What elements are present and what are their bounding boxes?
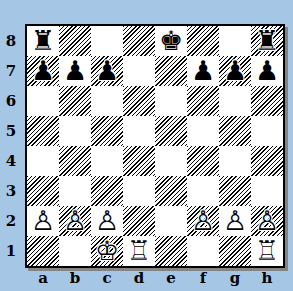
square-b7[interactable]: ♟ bbox=[59, 56, 91, 86]
square-f8[interactable] bbox=[187, 26, 219, 56]
square-d2[interactable] bbox=[123, 206, 155, 236]
file-label-c: c bbox=[91, 269, 123, 287]
square-e2[interactable] bbox=[155, 206, 187, 236]
square-g7[interactable]: ♟ bbox=[219, 56, 251, 86]
square-g3[interactable] bbox=[219, 176, 251, 206]
square-a8[interactable]: ♜ bbox=[27, 26, 59, 56]
square-a7[interactable]: ♟ bbox=[27, 56, 59, 86]
square-e1[interactable] bbox=[155, 236, 187, 266]
square-h7[interactable]: ♟ bbox=[251, 56, 283, 86]
square-d7[interactable] bbox=[123, 56, 155, 86]
square-d5[interactable] bbox=[123, 116, 155, 146]
square-g5[interactable] bbox=[219, 116, 251, 146]
black-pawn: ♟ bbox=[191, 56, 215, 86]
square-g1[interactable] bbox=[219, 236, 251, 266]
file-label-h: h bbox=[251, 269, 283, 287]
file-label-f: f bbox=[187, 269, 219, 287]
square-h1[interactable]: ♖ bbox=[251, 236, 283, 266]
square-b3[interactable] bbox=[59, 176, 91, 206]
square-e5[interactable] bbox=[155, 116, 187, 146]
white-pawn: ♙ bbox=[31, 206, 55, 236]
chess-board: ♜♚♜♟♟♟♟♟♟♙♙♙♙♙♙♔♖♖ bbox=[25, 24, 285, 268]
square-f4[interactable] bbox=[187, 146, 219, 176]
square-g4[interactable] bbox=[219, 146, 251, 176]
rank-label-2: 2 bbox=[0, 206, 22, 236]
black-rook: ♜ bbox=[31, 26, 55, 56]
square-c7[interactable]: ♟ bbox=[91, 56, 123, 86]
square-e4[interactable] bbox=[155, 146, 187, 176]
white-pawn: ♙ bbox=[95, 206, 119, 236]
black-pawn: ♟ bbox=[223, 56, 247, 86]
white-rook: ♖ bbox=[127, 236, 151, 266]
square-c1[interactable]: ♔ bbox=[91, 236, 123, 266]
rank-labels: 87654321 bbox=[0, 26, 22, 266]
square-h4[interactable] bbox=[251, 146, 283, 176]
square-e8[interactable]: ♚ bbox=[155, 26, 187, 56]
file-label-g: g bbox=[219, 269, 251, 287]
square-c8[interactable] bbox=[91, 26, 123, 56]
white-pawn: ♙ bbox=[191, 206, 215, 236]
square-a2[interactable]: ♙ bbox=[27, 206, 59, 236]
white-pawn: ♙ bbox=[63, 206, 87, 236]
file-labels: abcdefgh bbox=[27, 269, 283, 287]
square-d4[interactable] bbox=[123, 146, 155, 176]
square-c2[interactable]: ♙ bbox=[91, 206, 123, 236]
white-pawn: ♙ bbox=[223, 206, 247, 236]
square-b2[interactable]: ♙ bbox=[59, 206, 91, 236]
square-d1[interactable]: ♖ bbox=[123, 236, 155, 266]
square-g8[interactable] bbox=[219, 26, 251, 56]
rank-label-4: 4 bbox=[0, 146, 22, 176]
square-h6[interactable] bbox=[251, 86, 283, 116]
square-h5[interactable] bbox=[251, 116, 283, 146]
square-b8[interactable] bbox=[59, 26, 91, 56]
white-king: ♔ bbox=[95, 236, 119, 266]
square-a6[interactable] bbox=[27, 86, 59, 116]
square-f3[interactable] bbox=[187, 176, 219, 206]
white-pawn: ♙ bbox=[255, 206, 279, 236]
rank-label-6: 6 bbox=[0, 86, 22, 116]
square-d8[interactable] bbox=[123, 26, 155, 56]
square-c4[interactable] bbox=[91, 146, 123, 176]
black-pawn: ♟ bbox=[95, 56, 119, 86]
square-d6[interactable] bbox=[123, 86, 155, 116]
square-g2[interactable]: ♙ bbox=[219, 206, 251, 236]
square-a1[interactable] bbox=[27, 236, 59, 266]
square-f7[interactable]: ♟ bbox=[187, 56, 219, 86]
file-label-a: a bbox=[27, 269, 59, 287]
rank-label-5: 5 bbox=[0, 116, 22, 146]
black-pawn: ♟ bbox=[255, 56, 279, 86]
square-h8[interactable]: ♜ bbox=[251, 26, 283, 56]
square-a4[interactable] bbox=[27, 146, 59, 176]
file-label-b: b bbox=[59, 269, 91, 287]
black-king: ♚ bbox=[159, 26, 183, 56]
rank-label-1: 1 bbox=[0, 236, 22, 266]
black-pawn: ♟ bbox=[31, 56, 55, 86]
square-f1[interactable] bbox=[187, 236, 219, 266]
square-e7[interactable] bbox=[155, 56, 187, 86]
rank-label-7: 7 bbox=[0, 56, 22, 86]
white-rook: ♖ bbox=[255, 236, 279, 266]
black-pawn: ♟ bbox=[63, 56, 87, 86]
square-b1[interactable] bbox=[59, 236, 91, 266]
square-c6[interactable] bbox=[91, 86, 123, 116]
square-b5[interactable] bbox=[59, 116, 91, 146]
square-a3[interactable] bbox=[27, 176, 59, 206]
rank-label-3: 3 bbox=[0, 176, 22, 206]
square-e3[interactable] bbox=[155, 176, 187, 206]
chess-diagram-page: 87654321 ♜♚♜♟♟♟♟♟♟♙♙♙♙♙♙♔♖♖ abcdefgh bbox=[0, 0, 293, 291]
square-h2[interactable]: ♙ bbox=[251, 206, 283, 236]
square-f6[interactable] bbox=[187, 86, 219, 116]
square-d3[interactable] bbox=[123, 176, 155, 206]
square-a5[interactable] bbox=[27, 116, 59, 146]
square-c5[interactable] bbox=[91, 116, 123, 146]
square-f5[interactable] bbox=[187, 116, 219, 146]
square-b4[interactable] bbox=[59, 146, 91, 176]
square-b6[interactable] bbox=[59, 86, 91, 116]
square-h3[interactable] bbox=[251, 176, 283, 206]
square-c3[interactable] bbox=[91, 176, 123, 206]
square-f2[interactable]: ♙ bbox=[187, 206, 219, 236]
file-label-d: d bbox=[123, 269, 155, 287]
black-rook: ♜ bbox=[255, 26, 279, 56]
square-e6[interactable] bbox=[155, 86, 187, 116]
square-g6[interactable] bbox=[219, 86, 251, 116]
rank-label-8: 8 bbox=[0, 26, 22, 56]
file-label-e: e bbox=[155, 269, 187, 287]
